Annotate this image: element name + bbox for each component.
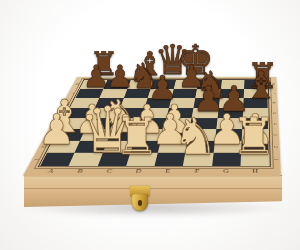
square-d2	[130, 141, 161, 153]
file-label-h: H	[241, 169, 270, 173]
square-g2	[213, 141, 241, 153]
square-e1	[155, 153, 186, 166]
square-f6	[194, 98, 220, 108]
square-d1	[126, 153, 158, 166]
rank-label-right-8: 8	[263, 82, 283, 85]
square-e3	[161, 129, 190, 141]
file-label-f: F	[182, 169, 212, 173]
square-e8	[174, 80, 199, 89]
square-e7	[171, 89, 197, 98]
rank-label-right-1: 1	[264, 157, 288, 162]
file-labels: ABCDEFGH	[35, 168, 270, 175]
rank-label-left-6: 6	[55, 101, 78, 105]
square-e2	[158, 141, 188, 153]
square-c7	[123, 89, 150, 98]
square-c2	[102, 141, 134, 153]
rank-label-left-2: 2	[30, 145, 56, 149]
rank-label-left-5: 5	[50, 111, 73, 115]
square-d5	[141, 108, 169, 118]
square-f3	[188, 129, 216, 141]
square-f7	[195, 89, 220, 98]
chess-set-photo: ABCDEFGH 12345678 12345678 ♜♟♟♝♞♛♚♟♟♞♟♟♝…	[0, 0, 300, 250]
square-g6	[218, 98, 243, 108]
square-c3	[107, 129, 138, 141]
chess-piece-black-king-e8: ♚	[177, 40, 214, 81]
square-g3	[215, 129, 242, 141]
square-e6	[169, 98, 195, 108]
rank-label-left-7: 7	[61, 91, 83, 94]
rank-label-left-8: 8	[66, 82, 87, 85]
square-f8	[197, 80, 221, 89]
file-label-c: C	[94, 169, 125, 173]
square-c4	[112, 118, 142, 129]
square-c8	[127, 80, 153, 89]
square-d3	[134, 129, 164, 141]
rank-label-right-6: 6	[263, 101, 284, 105]
latch-hole	[138, 200, 142, 206]
rank-label-right-4: 4	[264, 122, 286, 126]
file-label-d: D	[123, 169, 153, 173]
file-label-g: G	[211, 169, 241, 173]
square-d7	[147, 89, 173, 98]
chess-piece-black-queen-d8: ♛	[154, 40, 191, 81]
square-e4	[164, 118, 192, 129]
square-d4	[138, 118, 167, 129]
square-d8	[150, 80, 176, 89]
square-f4	[190, 118, 217, 129]
square-f2	[185, 141, 214, 153]
square-c5	[116, 108, 145, 118]
square-g5	[217, 108, 243, 118]
rank-label-right-5: 5	[264, 111, 285, 115]
rank-labels-right: 12345678	[269, 80, 280, 167]
square-g7	[219, 89, 243, 98]
rank-label-right-3: 3	[264, 133, 287, 137]
square-f5	[192, 108, 219, 118]
square-f1	[183, 153, 213, 166]
square-c6	[120, 98, 148, 108]
chess-board: ABCDEFGH 12345678 12345678	[23, 77, 281, 176]
file-label-e: E	[153, 169, 183, 173]
rank-label-right-2: 2	[264, 145, 287, 149]
square-g4	[216, 118, 243, 129]
rank-label-left-1: 1	[23, 157, 50, 162]
file-label-a: A	[35, 169, 66, 173]
square-g1	[212, 153, 241, 166]
rank-label-left-4: 4	[44, 122, 68, 126]
file-label-b: B	[65, 169, 96, 173]
square-c1	[97, 153, 130, 166]
square-d6	[144, 98, 171, 108]
square-g8	[221, 80, 245, 89]
rank-label-left-3: 3	[37, 133, 62, 137]
square-e5	[166, 108, 193, 118]
brass-latch	[127, 186, 153, 214]
rank-label-right-7: 7	[263, 91, 283, 94]
